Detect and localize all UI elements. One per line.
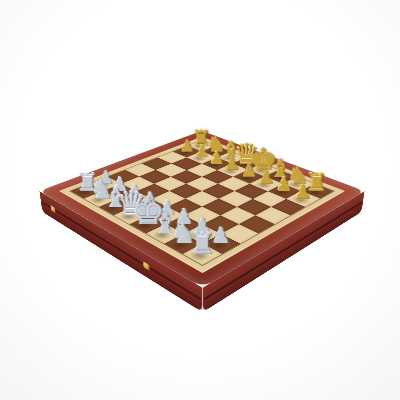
gold-pawn[interactable]: ♟ bbox=[285, 158, 322, 199]
perspective-container: ♜♞♝♛♚♝♞♜♟♟♟♟♟♟♟♟♟♟♟♟♟♟♟♟♜♞♝♛♚♝♞♜ bbox=[0, 0, 400, 400]
pawn-glyph: ♟ bbox=[294, 183, 311, 202]
square-h7[interactable]: ♟ bbox=[286, 191, 320, 207]
silver-rook[interactable]: ♜ bbox=[181, 206, 224, 254]
product-photo-scene: ♜♞♝♛♚♝♞♜♟♟♟♟♟♟♟♟♟♟♟♟♟♟♟♟♜♞♝♛♚♝♞♜ bbox=[0, 0, 400, 400]
chess-board: ♜♞♝♛♚♝♞♜♟♟♟♟♟♟♟♟♟♟♟♟♟♟♟♟♜♞♝♛♚♝♞♜ bbox=[39, 131, 364, 288]
rook-glyph: ♜ bbox=[189, 229, 216, 259]
square-e6[interactable] bbox=[218, 177, 250, 191]
square-h1[interactable]: ♜ bbox=[183, 243, 222, 264]
brass-latch-icon bbox=[143, 261, 149, 271]
brass-latch-icon bbox=[51, 205, 56, 213]
